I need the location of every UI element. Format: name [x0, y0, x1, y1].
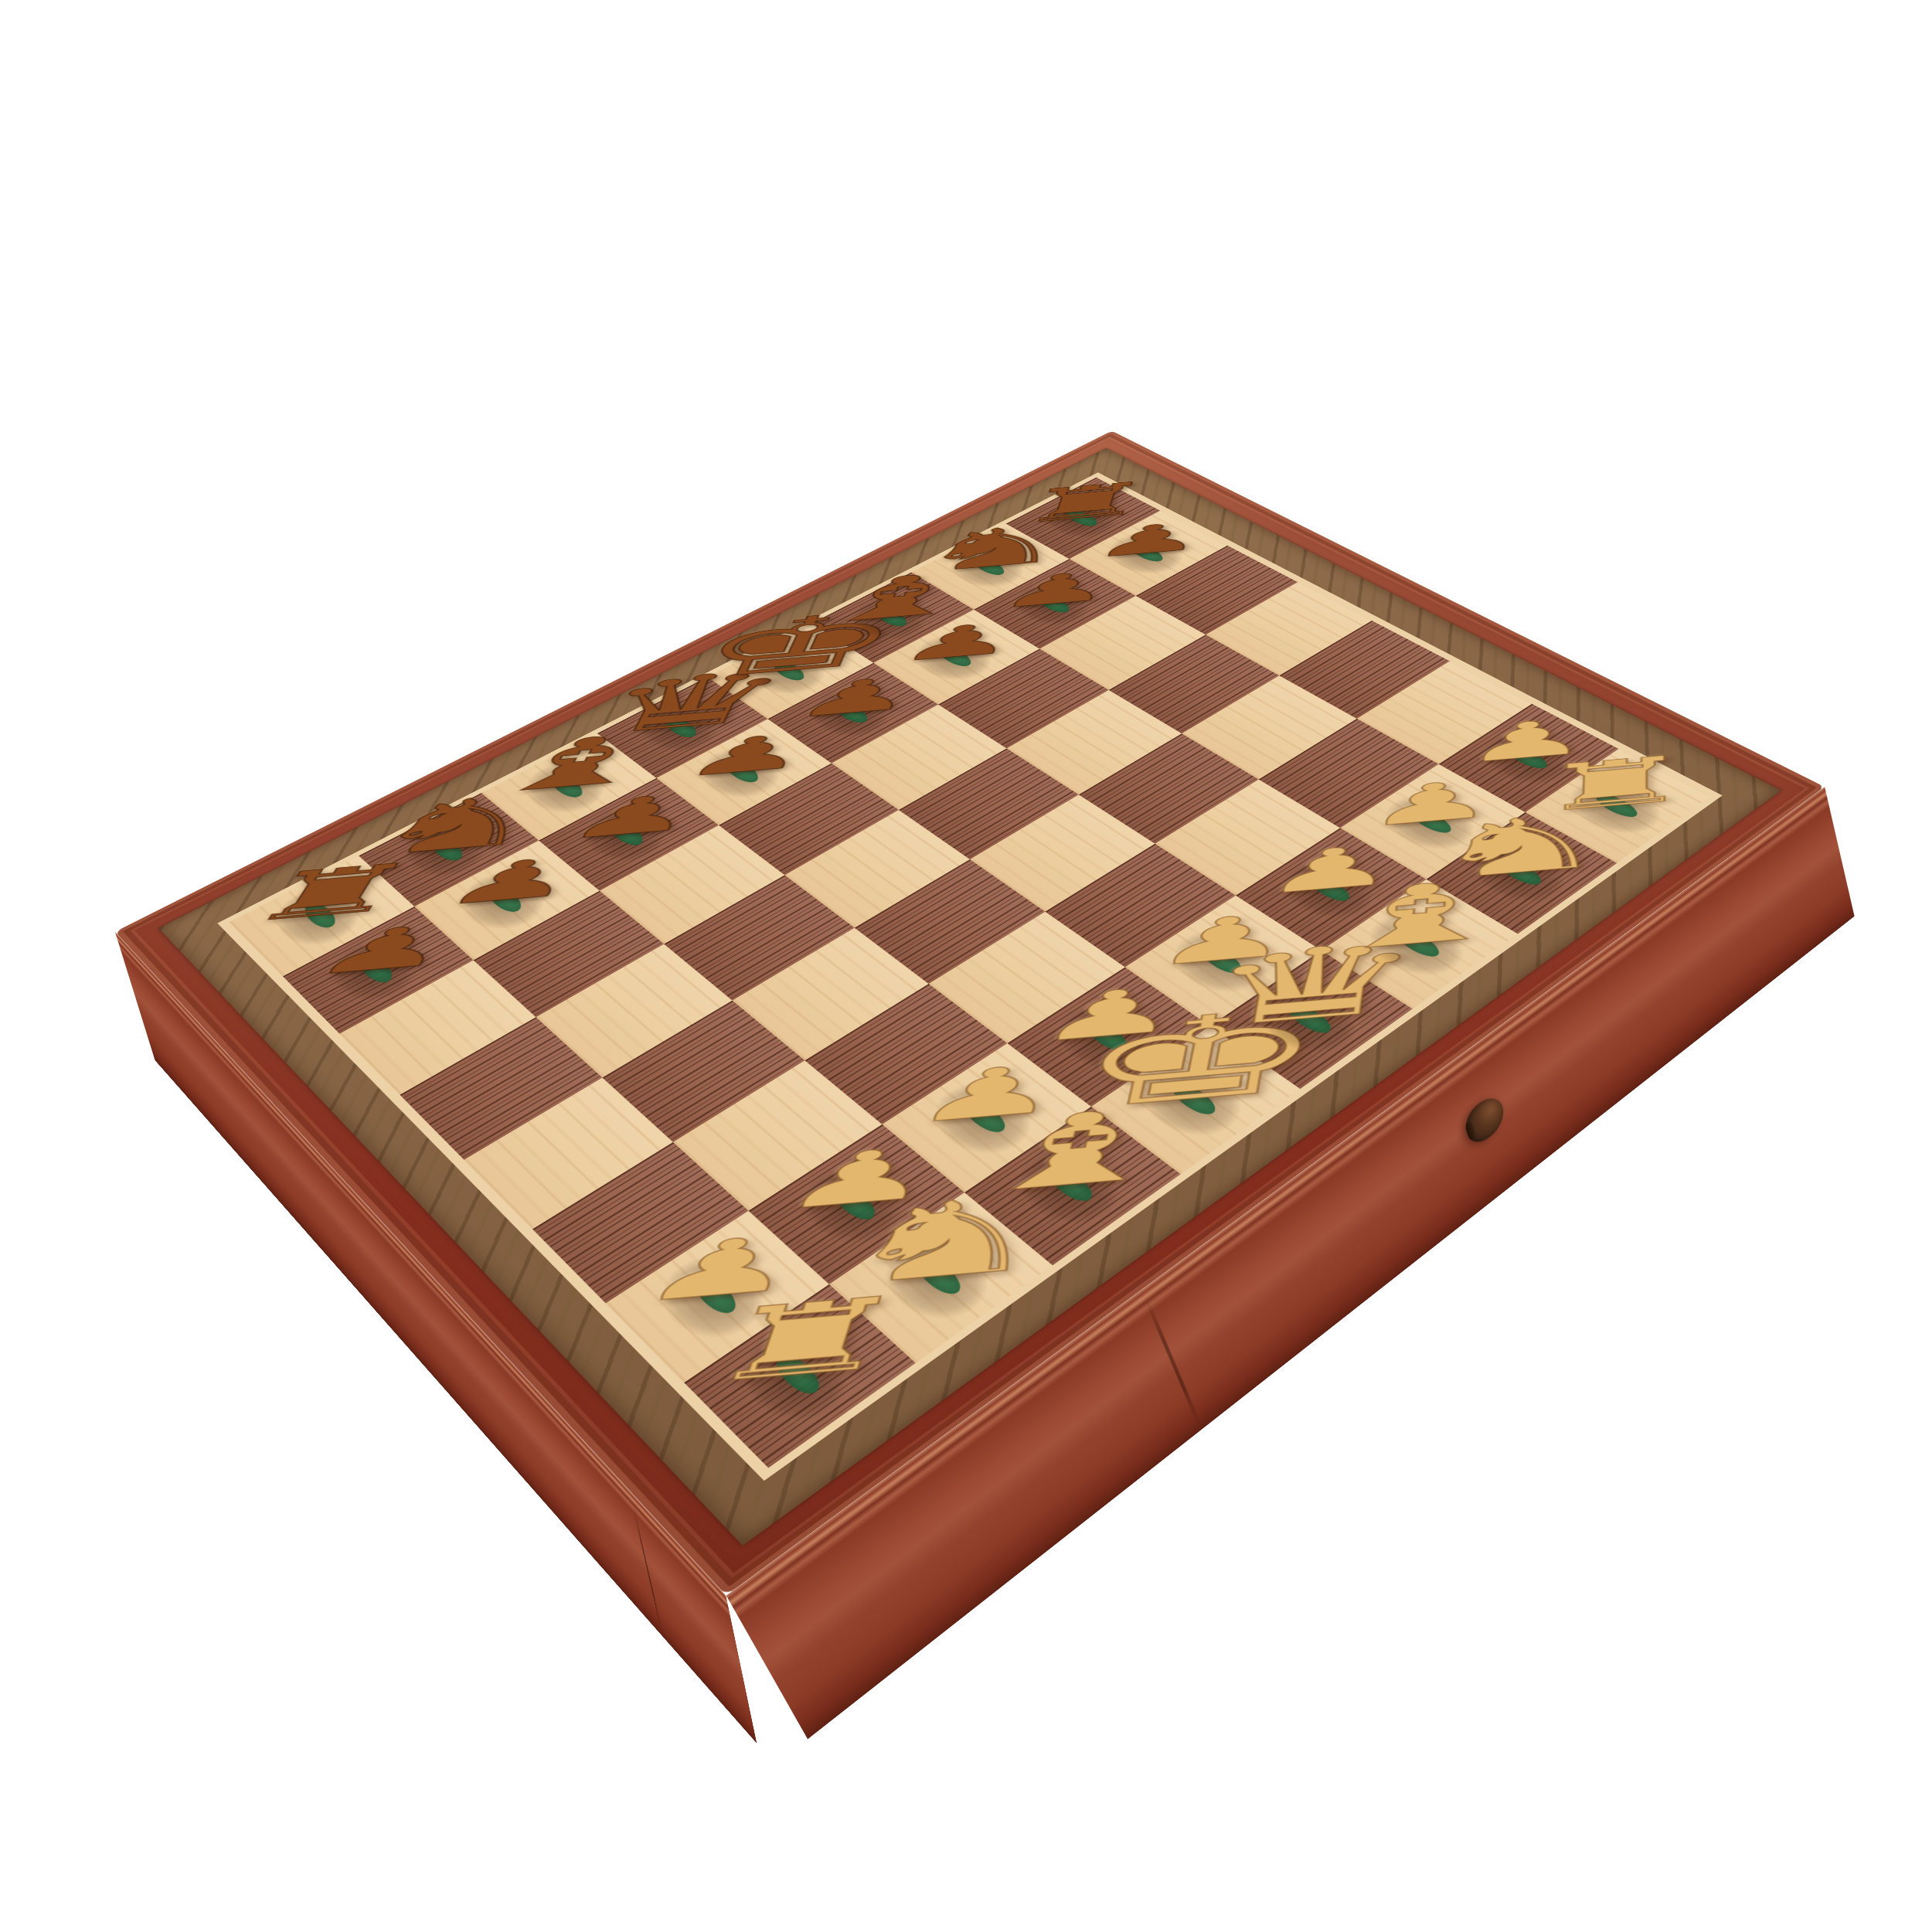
square-b2[interactable]	[749, 1124, 965, 1284]
product-photo-scene: ♜♞♝♛♚♝♞♜♟♟♟♟♟♟♟♟♟♟♟♟♟♟♟♟♜♞♝♚♛♝♞♜	[0, 0, 1932, 1932]
square-d1[interactable]	[1091, 1026, 1301, 1175]
square-a6[interactable]	[339, 960, 536, 1094]
square-a5[interactable]	[400, 1017, 602, 1160]
chess-board-case: ♜♞♝♛♚♝♞♜♟♟♟♟♟♟♟♟♟♟♟♟♟♟♟♟♜♞♝♚♛♝♞♜	[115, 430, 1825, 1595]
square-b5[interactable]	[536, 944, 732, 1078]
square-c1[interactable]	[964, 1107, 1181, 1265]
square-c2[interactable]	[882, 1043, 1091, 1192]
square-b4[interactable]	[602, 1001, 804, 1142]
perspective-wrapper: ♜♞♝♛♚♝♞♜♟♟♟♟♟♟♟♟♟♟♟♟♟♟♟♟♜♞♝♚♛♝♞♜	[0, 0, 1932, 1932]
drawer-seam	[1145, 1300, 1201, 1425]
square-a2[interactable]	[606, 1211, 829, 1383]
black-pawn-glyph: ♟	[892, 615, 1025, 668]
square-a3[interactable]	[532, 1142, 749, 1304]
case-seam	[632, 1505, 662, 1633]
square-a4[interactable]	[464, 1077, 673, 1229]
square-d2[interactable]	[1008, 967, 1210, 1106]
square-b6[interactable]	[474, 891, 665, 1018]
square-e3[interactable]	[1045, 844, 1236, 968]
square-a1[interactable]	[684, 1284, 916, 1468]
square-d4[interactable]	[855, 859, 1046, 984]
square-d3[interactable]	[929, 912, 1125, 1043]
black-pawn-glyph: ♟	[1088, 515, 1210, 564]
square-c4[interactable]	[733, 928, 929, 1061]
camera-tilt-wrapper: ♜♞♝♛♚♝♞♜♟♟♟♟♟♟♟♟♟♟♟♟♟♟♟♟♜♞♝♚♛♝♞♜	[0, 0, 1932, 1932]
square-e2[interactable]	[1125, 896, 1321, 1026]
square-b3[interactable]	[673, 1060, 883, 1211]
square-c5[interactable]	[664, 875, 855, 1000]
black-pawn-glyph: ♟	[787, 669, 926, 725]
black-pawn-glyph: ♟	[992, 564, 1120, 615]
square-b1[interactable]	[829, 1192, 1053, 1363]
square-e1[interactable]	[1210, 951, 1413, 1089]
square-c3[interactable]	[804, 984, 1007, 1124]
drawer-knob[interactable]	[1461, 1090, 1508, 1150]
